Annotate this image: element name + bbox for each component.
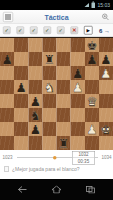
square-g5[interactable] [85,80,99,94]
puzzle-result-4: ✓ [44,27,52,35]
square-e1[interactable]: ♜ [57,136,71,150]
puzzle-result-6: ✕ [71,27,79,35]
square-g8[interactable]: ♚ [85,38,99,52]
square-c4[interactable]: ♟ [28,94,42,108]
piece-black-pawn[interactable]: ♟ [30,95,41,108]
square-b4[interactable] [14,94,28,108]
square-b1[interactable] [14,136,28,150]
square-h3[interactable] [99,108,113,122]
piece-white-pawn[interactable]: ♟ [72,81,83,94]
square-e5[interactable] [57,80,71,94]
square-h7[interactable]: ♟ [99,52,113,66]
square-g1[interactable] [85,136,99,150]
square-d5[interactable]: ♞ [42,80,56,94]
square-f1[interactable] [71,136,85,150]
square-b6[interactable] [14,66,28,80]
zoom-icon[interactable] [101,12,110,21]
square-h6[interactable]: ♟ [99,66,113,80]
toolbar: Táctica [0,10,113,24]
piece-black-pawn[interactable]: ♟ [16,81,27,94]
puzzle-result-2: ✓ [17,27,25,35]
square-f8[interactable] [71,38,85,52]
piece-black-pawn[interactable]: ♟ [30,123,41,136]
status-bar: 15:03 [0,0,113,10]
square-d8[interactable] [42,38,56,52]
piece-black-pawn[interactable]: ♟ [100,53,111,66]
square-d6[interactable] [42,66,56,80]
square-e6[interactable] [57,66,71,80]
square-c7[interactable] [28,52,42,66]
square-a7[interactable]: ♟ [0,52,14,66]
square-f2[interactable] [71,122,85,136]
square-d7[interactable]: ♜ [42,52,56,66]
question-row: ¿Mejor jugada para el blanco? [0,165,113,173]
square-f3[interactable] [71,108,85,122]
white-to-move-icon [4,166,9,171]
square-e7[interactable] [57,52,71,66]
battery-icon [91,2,95,8]
phone-screen: 15:03 Táctica ✓✓✓✓✓✕ ▶ 6 → ♚♟♜♟♟♟♟♟♞♟♟♛♞… [0,0,113,200]
square-e3[interactable] [57,108,71,122]
square-c1[interactable] [28,136,42,150]
square-b5[interactable]: ♟ [14,80,28,94]
play-button[interactable]: ▶ [84,26,93,35]
square-b2[interactable] [14,122,28,136]
square-h8[interactable] [99,38,113,52]
square-g2[interactable]: ♟ [85,122,99,136]
back-button[interactable] [17,186,28,194]
question-text: ¿Mejor jugada para el blanco? [12,166,80,172]
square-h4[interactable] [99,94,113,108]
square-f5[interactable]: ♟ [71,80,85,94]
piece-black-rook[interactable]: ♜ [58,137,69,150]
rating-dot [53,156,57,160]
square-h5[interactable] [99,80,113,94]
square-g3[interactable] [85,108,99,122]
piece-black-knight[interactable]: ♞ [30,109,41,122]
square-e4[interactable] [57,94,71,108]
puzzle-result-1: ✓ [3,27,11,35]
square-d4[interactable] [42,94,56,108]
puzzle-progress-row: ✓✓✓✓✓✕ ▶ 6 → [0,24,113,37]
puzzle-timer: 00:35 [73,158,95,165]
piece-black-king[interactable]: ♚ [86,39,97,52]
square-a8[interactable] [0,38,14,52]
rating-start: 1023 [3,155,13,160]
piece-white-knight[interactable]: ♞ [44,81,55,94]
square-e2[interactable] [57,122,71,136]
puzzle-counter[interactable]: 6 → [99,27,110,34]
square-a3[interactable] [0,108,14,122]
square-g4[interactable]: ♛ [85,94,99,108]
square-c8[interactable] [28,38,42,52]
square-c6[interactable] [28,66,42,80]
square-b8[interactable] [14,38,28,52]
square-f7[interactable] [71,52,85,66]
square-f4[interactable] [71,94,85,108]
android-nav-bar [0,179,113,200]
square-f6[interactable]: ♟ [71,66,85,80]
piece-white-king[interactable]: ♚ [100,123,111,136]
recents-button[interactable] [85,186,96,194]
piece-black-rook[interactable]: ♜ [44,53,55,66]
page-title: Táctica [0,13,113,21]
piece-black-pawn[interactable]: ♟ [86,53,97,66]
piece-white-pawn[interactable]: ♟ [100,67,111,80]
square-c2[interactable]: ♟ [28,122,42,136]
home-button[interactable] [51,186,62,194]
rating-end: 1034 [101,155,111,160]
clock-text: 15:03 [97,2,110,8]
signal-icon [84,3,89,7]
chess-board: ♚♟♜♟♟♟♟♟♞♟♟♛♞♟♟♚♜ [0,37,113,150]
square-h1[interactable] [99,136,113,150]
square-a6[interactable] [0,66,14,80]
square-d2[interactable] [42,122,56,136]
square-a2[interactable] [0,122,14,136]
piece-white-queen[interactable]: ♛ [86,95,97,108]
piece-white-pawn[interactable]: ♟ [86,123,97,136]
square-b7[interactable] [14,52,28,66]
piece-black-pawn[interactable]: ♟ [72,67,83,80]
square-a5[interactable] [0,80,14,94]
puzzle-result-3: ✓ [30,27,38,35]
square-a1[interactable] [0,136,14,150]
app-root: 15:03 Táctica ✓✓✓✓✓✕ ▶ 6 → ♚♟♜♟♟♟♟♟♞♟♟♛♞… [0,0,113,200]
square-h2[interactable]: ♚ [99,122,113,136]
square-b3[interactable] [14,108,28,122]
square-g6[interactable] [85,66,99,80]
piece-black-pawn[interactable]: ♟ [1,53,12,66]
square-c3[interactable]: ♞ [28,108,42,122]
rating-box: 1032 00:35 [72,151,95,165]
square-d3[interactable] [42,108,56,122]
square-a4[interactable] [0,94,14,108]
progress-marks: ✓✓✓✓✓✕ [3,27,78,35]
square-g7[interactable]: ♟ [85,52,99,66]
puzzle-result-5: ✓ [57,27,65,35]
square-c5[interactable] [28,80,42,94]
square-d1[interactable] [42,136,56,150]
rating-slider: 1023 1032 00:35 1034 [0,150,113,165]
square-e8[interactable] [57,38,71,52]
